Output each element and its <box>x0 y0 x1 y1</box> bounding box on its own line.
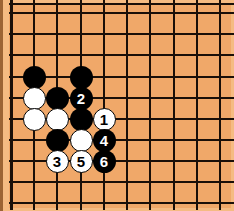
vertical-grid-line <box>173 0 174 210</box>
black-stone <box>46 87 69 110</box>
move-2-black-stone: 2 <box>70 87 93 110</box>
move-number: 4 <box>100 132 108 147</box>
vertical-grid-line <box>126 0 127 210</box>
move-number: 5 <box>77 153 85 168</box>
move-number: 3 <box>53 153 61 168</box>
horizontal-grid-line <box>9 160 234 161</box>
horizontal-grid-line <box>9 139 234 140</box>
horizontal-grid-line <box>9 202 234 203</box>
move-6-black-stone: 6 <box>93 150 116 173</box>
board-left-outer-edge <box>0 0 3 211</box>
vertical-grid-line <box>149 0 150 210</box>
board-left-edge-line <box>10 0 13 210</box>
horizontal-grid-line <box>9 12 234 13</box>
board-top-edge-line <box>9 3 234 5</box>
horizontal-grid-line <box>9 33 234 34</box>
move-5-white-stone: 5 <box>70 150 93 173</box>
white-stone <box>70 129 93 152</box>
move-number: 1 <box>100 111 108 126</box>
horizontal-grid-line <box>9 181 234 182</box>
white-stone <box>23 87 46 110</box>
move-3-white-stone: 3 <box>46 150 69 173</box>
black-stone <box>70 108 93 131</box>
move-number: 6 <box>100 153 108 168</box>
move-number: 2 <box>77 90 85 105</box>
move-4-black-stone: 4 <box>93 129 116 152</box>
horizontal-grid-line <box>9 54 234 55</box>
vertical-grid-line <box>219 0 220 210</box>
black-stone <box>23 66 46 89</box>
black-stone <box>46 129 69 152</box>
vertical-grid-line <box>196 0 197 210</box>
go-board-diagram: 214356 <box>0 0 234 211</box>
move-1-white-stone: 1 <box>93 108 116 131</box>
white-stone <box>23 108 46 131</box>
black-stone <box>70 66 93 89</box>
white-stone <box>46 108 69 131</box>
vertical-grid-line <box>103 0 104 210</box>
